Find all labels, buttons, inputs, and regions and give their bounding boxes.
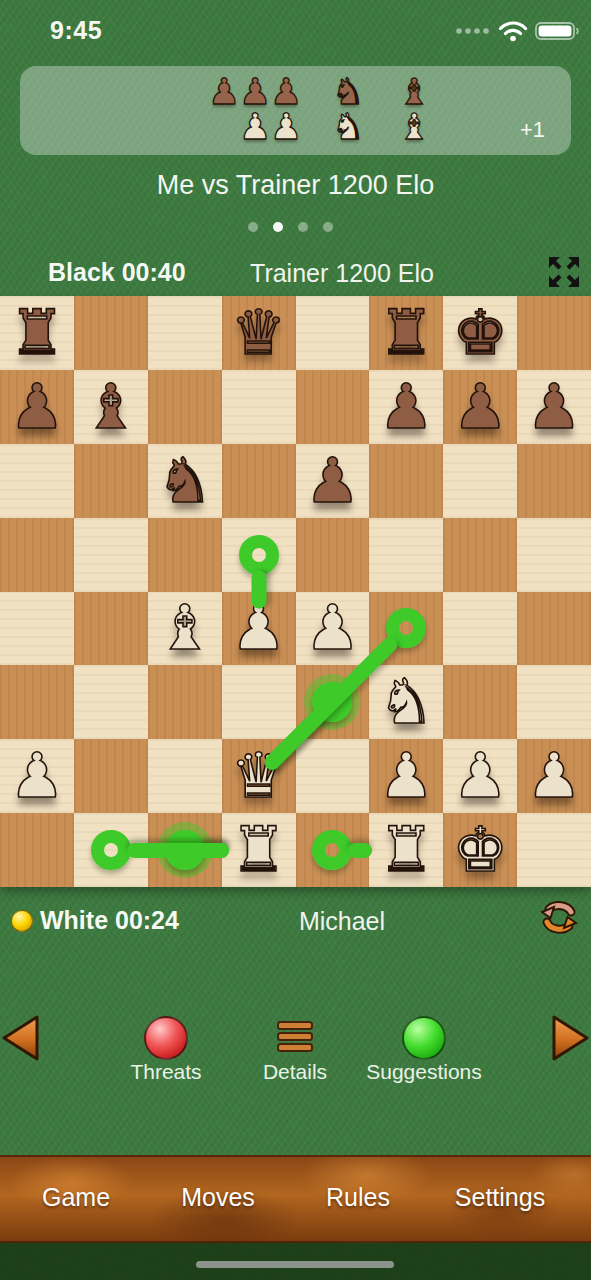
white-pawn[interactable]: ♟: [305, 597, 361, 659]
white-pawn[interactable]: ♟: [526, 745, 582, 807]
white-pawn[interactable]: ♟: [9, 745, 65, 807]
left-arrow-icon: [0, 1014, 40, 1062]
captured-pieces-tray: +1 ♟♟♟♞♝♟♟♞♝: [20, 66, 571, 155]
square-b2[interactable]: [74, 739, 148, 813]
square-b4[interactable]: [74, 592, 148, 666]
tab-moves[interactable]: Moves: [181, 1183, 255, 1212]
black-queen[interactable]: ♛: [231, 302, 287, 364]
square-f3[interactable]: ♞: [369, 665, 443, 739]
square-b3[interactable]: [74, 665, 148, 739]
tab-game[interactable]: Game: [42, 1183, 110, 1212]
square-b5[interactable]: [74, 518, 148, 592]
black-king[interactable]: ♚: [452, 302, 508, 364]
orange-bars-icon: [275, 1020, 315, 1054]
square-a6[interactable]: [0, 444, 74, 518]
square-d2[interactable]: ♛: [222, 739, 296, 813]
square-c6[interactable]: ♞: [148, 444, 222, 518]
white-rook[interactable]: ♜: [379, 819, 435, 881]
square-g5[interactable]: [443, 518, 517, 592]
captured-black-pawn: ♟: [270, 74, 302, 110]
square-h4[interactable]: [517, 592, 591, 666]
page-title: Me vs Trainer 1200 Elo: [0, 170, 591, 201]
square-b8[interactable]: [74, 296, 148, 370]
black-rook[interactable]: ♜: [9, 302, 65, 364]
square-f6[interactable]: [369, 444, 443, 518]
white-knight[interactable]: ♞: [379, 671, 435, 733]
square-h1[interactable]: [517, 813, 591, 887]
square-g2[interactable]: ♟: [443, 739, 517, 813]
captured-white-pawn: ♟: [270, 109, 302, 145]
white-pawn[interactable]: ♟: [379, 745, 435, 807]
status-time: 9:45: [50, 16, 102, 45]
captured-white-bishop: ♝: [398, 109, 430, 145]
square-e3[interactable]: [296, 665, 370, 739]
prev-page-button[interactable]: [0, 1014, 40, 1062]
square-g6[interactable]: [443, 444, 517, 518]
black-knight[interactable]: ♞: [157, 450, 213, 512]
square-c2[interactable]: [148, 739, 222, 813]
square-d3[interactable]: [222, 665, 296, 739]
white-pawn[interactable]: ♟: [452, 745, 508, 807]
black-bishop[interactable]: ♝: [83, 376, 139, 438]
square-c1[interactable]: [148, 813, 222, 887]
square-b7[interactable]: ♝: [74, 370, 148, 444]
black-pawn[interactable]: ♟: [379, 376, 435, 438]
white-bishop[interactable]: ♝: [157, 597, 213, 659]
square-c8[interactable]: [148, 296, 222, 370]
bottom-strip: [0, 1243, 591, 1280]
black-pawn[interactable]: ♟: [9, 376, 65, 438]
square-d7[interactable]: [222, 370, 296, 444]
square-c3[interactable]: [148, 665, 222, 739]
cellular-signal-dots-icon: [455, 26, 491, 36]
battery-icon: [535, 20, 581, 42]
square-f7[interactable]: ♟: [369, 370, 443, 444]
tab-rules[interactable]: Rules: [326, 1183, 390, 1212]
white-rook[interactable]: ♜: [231, 819, 287, 881]
square-g1[interactable]: ♚: [443, 813, 517, 887]
captured-black-knight: ♞: [332, 74, 364, 110]
details-button[interactable]: [275, 1020, 315, 1054]
square-a3[interactable]: [0, 665, 74, 739]
square-g7[interactable]: ♟: [443, 370, 517, 444]
square-g4[interactable]: [443, 592, 517, 666]
captured-black-pawn: ♟: [208, 74, 240, 110]
square-a5[interactable]: [0, 518, 74, 592]
rotate-board-button[interactable]: [537, 898, 581, 938]
suggestions-button[interactable]: [402, 1016, 446, 1060]
tab-settings[interactable]: Settings: [455, 1183, 545, 1212]
black-pawn[interactable]: ♟: [526, 376, 582, 438]
square-d8[interactable]: ♛: [222, 296, 296, 370]
app-screen: 9:45 +1 ♟♟♟♞♝♟♟♞♝ Me vs Trainer 1200 Elo…: [0, 0, 591, 1280]
black-pawn[interactable]: ♟: [452, 376, 508, 438]
square-h2[interactable]: ♟: [517, 739, 591, 813]
status-icons: [455, 20, 581, 42]
page-dot-0[interactable]: [248, 222, 258, 232]
page-dot-1[interactable]: [273, 222, 283, 232]
square-g3[interactable]: [443, 665, 517, 739]
black-pawn[interactable]: ♟: [305, 450, 361, 512]
board: ♜♛♜♚♟♝♟♟♟♞♟♝♟♟♞♟♛♟♟♟♜♜♚: [0, 296, 591, 887]
square-d1[interactable]: ♜: [222, 813, 296, 887]
square-b6[interactable]: [74, 444, 148, 518]
square-c7[interactable]: [148, 370, 222, 444]
square-e4[interactable]: ♟: [296, 592, 370, 666]
details-label: Details: [263, 1060, 327, 1084]
black-clock: Black 00:40: [48, 258, 186, 287]
square-f8[interactable]: ♜: [369, 296, 443, 370]
captured-white-pawn: ♟: [239, 109, 271, 145]
white-player-name: Michael: [299, 907, 385, 936]
page-dot-2[interactable]: [298, 222, 308, 232]
tab-bar: Game Moves Rules Settings: [0, 1155, 591, 1243]
square-b1[interactable]: [74, 813, 148, 887]
square-a1[interactable]: [0, 813, 74, 887]
square-a4[interactable]: [0, 592, 74, 666]
next-page-button[interactable]: [551, 1014, 591, 1062]
black-rook[interactable]: ♜: [379, 302, 435, 364]
black-player-bar: Black 00:40 Trainer 1200 Elo: [0, 250, 591, 294]
square-h8[interactable]: [517, 296, 591, 370]
square-e5[interactable]: [296, 518, 370, 592]
white-king[interactable]: ♚: [452, 819, 508, 881]
square-e7[interactable]: [296, 370, 370, 444]
square-f2[interactable]: ♟: [369, 739, 443, 813]
square-h5[interactable]: [517, 518, 591, 592]
wifi-icon: [498, 20, 528, 42]
captured-white-knight: ♞: [332, 109, 364, 145]
square-e1[interactable]: [296, 813, 370, 887]
square-a7[interactable]: ♟: [0, 370, 74, 444]
white-clock: White 00:24: [40, 906, 179, 935]
square-c5[interactable]: [148, 518, 222, 592]
square-g8[interactable]: ♚: [443, 296, 517, 370]
square-h7[interactable]: ♟: [517, 370, 591, 444]
square-h6[interactable]: [517, 444, 591, 518]
suggestions-label: Suggestions: [366, 1060, 482, 1084]
page-dots[interactable]: [0, 222, 581, 232]
square-d6[interactable]: [222, 444, 296, 518]
square-e2[interactable]: [296, 739, 370, 813]
white-queen[interactable]: ♛: [231, 745, 287, 807]
material-advantage: +1: [520, 117, 545, 143]
white-pawn[interactable]: ♟: [231, 597, 287, 659]
square-f1[interactable]: ♜: [369, 813, 443, 887]
home-indicator[interactable]: [196, 1261, 394, 1268]
rotate-icon: [537, 898, 581, 938]
square-f4[interactable]: [369, 592, 443, 666]
square-a8[interactable]: ♜: [0, 296, 74, 370]
expand-fullscreen-button[interactable]: [544, 252, 584, 292]
expand-arrows-icon: [544, 252, 584, 292]
square-f5[interactable]: [369, 518, 443, 592]
square-e8[interactable]: [296, 296, 370, 370]
threats-button[interactable]: [144, 1016, 188, 1060]
square-e6[interactable]: ♟: [296, 444, 370, 518]
threats-label: Threats: [130, 1060, 201, 1084]
square-h3[interactable]: [517, 665, 591, 739]
square-c4[interactable]: ♝: [148, 592, 222, 666]
white-turn-ball-icon: [11, 910, 33, 932]
square-a2[interactable]: ♟: [0, 739, 74, 813]
square-d5[interactable]: [222, 518, 296, 592]
white-player-bar: White 00:24 Michael: [0, 898, 591, 942]
captured-black-bishop: ♝: [398, 74, 430, 110]
square-d4[interactable]: ♟: [222, 592, 296, 666]
page-dot-3[interactable]: [323, 222, 333, 232]
black-player-name: Trainer 1200 Elo: [250, 259, 434, 288]
captured-black-pawn: ♟: [239, 74, 271, 110]
right-arrow-icon: [551, 1014, 591, 1062]
